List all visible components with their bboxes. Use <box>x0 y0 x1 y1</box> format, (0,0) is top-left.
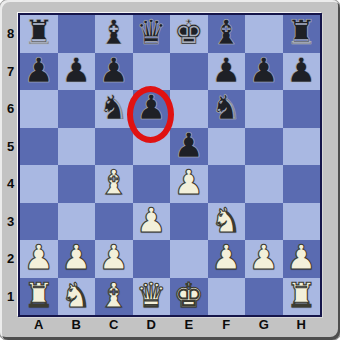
file-label-c: C <box>95 316 133 333</box>
square-g3[interactable] <box>245 203 283 241</box>
square-f2[interactable]: ♟ <box>208 240 246 278</box>
chess-board-border: ♜♝♛♚♝♜♟♟♟♟♟♟♞♟♞♟♝♟♟♞♟♟♟♟♟♟♜♞♝♛♚♜ <box>18 13 322 317</box>
file-label-a: A <box>20 316 58 333</box>
black-bishop: ♝ <box>99 15 129 52</box>
square-c2[interactable]: ♟ <box>95 240 133 278</box>
black-pawn: ♟ <box>61 53 91 90</box>
square-h7[interactable]: ♟ <box>283 53 321 91</box>
square-h5[interactable] <box>283 128 321 166</box>
square-b1[interactable]: ♞ <box>58 278 96 316</box>
file-label-h: H <box>283 316 321 333</box>
square-h3[interactable] <box>283 203 321 241</box>
black-pawn: ♟ <box>24 53 54 90</box>
square-b6[interactable] <box>58 90 96 128</box>
white-pawn: ♟ <box>99 240 129 277</box>
square-c1[interactable]: ♝ <box>95 278 133 316</box>
square-b8[interactable] <box>58 15 96 53</box>
square-h6[interactable] <box>283 90 321 128</box>
white-bishop: ♝ <box>99 165 129 202</box>
square-b5[interactable] <box>58 128 96 166</box>
square-b3[interactable] <box>58 203 96 241</box>
white-bishop: ♝ <box>99 278 129 315</box>
black-bishop: ♝ <box>211 15 241 52</box>
black-pawn: ♟ <box>99 53 129 90</box>
black-king: ♚ <box>174 15 204 52</box>
square-b4[interactable] <box>58 165 96 203</box>
file-label-e: E <box>170 316 208 333</box>
square-a6[interactable] <box>20 90 58 128</box>
white-pawn: ♟ <box>211 240 241 277</box>
black-pawn: ♟ <box>211 53 241 90</box>
square-d4[interactable] <box>133 165 171 203</box>
square-e2[interactable] <box>170 240 208 278</box>
square-g6[interactable] <box>245 90 283 128</box>
square-d8[interactable]: ♛ <box>133 15 171 53</box>
white-knight: ♞ <box>61 278 91 315</box>
square-h2[interactable]: ♟ <box>283 240 321 278</box>
square-g4[interactable] <box>245 165 283 203</box>
square-a5[interactable] <box>20 128 58 166</box>
square-f1[interactable] <box>208 278 246 316</box>
black-rook: ♜ <box>24 15 54 52</box>
square-e5[interactable]: ♟ <box>170 128 208 166</box>
square-a8[interactable]: ♜ <box>20 15 58 53</box>
square-b7[interactable]: ♟ <box>58 53 96 91</box>
square-c3[interactable] <box>95 203 133 241</box>
square-a3[interactable] <box>20 203 58 241</box>
square-g5[interactable] <box>245 128 283 166</box>
square-f5[interactable] <box>208 128 246 166</box>
white-knight: ♞ <box>211 203 241 240</box>
square-e8[interactable]: ♚ <box>170 15 208 53</box>
square-g8[interactable] <box>245 15 283 53</box>
square-h1[interactable]: ♜ <box>283 278 321 316</box>
square-a7[interactable]: ♟ <box>20 53 58 91</box>
square-d3[interactable]: ♟ <box>133 203 171 241</box>
white-pawn: ♟ <box>136 203 166 240</box>
square-c8[interactable]: ♝ <box>95 15 133 53</box>
square-d7[interactable] <box>133 53 171 91</box>
square-a1[interactable]: ♜ <box>20 278 58 316</box>
black-knight: ♞ <box>211 90 241 127</box>
square-a4[interactable] <box>20 165 58 203</box>
square-d6[interactable]: ♟ <box>133 90 171 128</box>
square-c4[interactable]: ♝ <box>95 165 133 203</box>
square-g1[interactable] <box>245 278 283 316</box>
square-e4[interactable]: ♟ <box>170 165 208 203</box>
square-c7[interactable]: ♟ <box>95 53 133 91</box>
square-f4[interactable] <box>208 165 246 203</box>
black-pawn: ♟ <box>286 53 316 90</box>
white-pawn: ♟ <box>249 240 279 277</box>
chess-board: ♜♝♛♚♝♜♟♟♟♟♟♟♞♟♞♟♝♟♟♞♟♟♟♟♟♟♜♞♝♛♚♜ <box>20 15 320 315</box>
file-label-b: B <box>58 316 96 333</box>
square-a2[interactable]: ♟ <box>20 240 58 278</box>
rank-label-3: 3 <box>3 203 18 241</box>
file-label-g: G <box>245 316 283 333</box>
white-rook: ♜ <box>24 278 54 315</box>
square-g7[interactable]: ♟ <box>245 53 283 91</box>
square-d1[interactable]: ♛ <box>133 278 171 316</box>
rank-label-8: 8 <box>3 15 18 53</box>
rank-label-7: 7 <box>3 53 18 91</box>
square-d5[interactable] <box>133 128 171 166</box>
rank-label-5: 5 <box>3 128 18 166</box>
square-f6[interactable]: ♞ <box>208 90 246 128</box>
square-e7[interactable] <box>170 53 208 91</box>
rank-label-6: 6 <box>3 90 18 128</box>
square-e3[interactable] <box>170 203 208 241</box>
file-label-f: F <box>208 316 246 333</box>
square-f8[interactable]: ♝ <box>208 15 246 53</box>
square-c6[interactable]: ♞ <box>95 90 133 128</box>
black-pawn: ♟ <box>249 53 279 90</box>
white-king: ♚ <box>174 278 204 315</box>
white-queen: ♛ <box>136 278 166 315</box>
black-knight: ♞ <box>99 90 129 127</box>
square-e1[interactable]: ♚ <box>170 278 208 316</box>
black-rook: ♜ <box>286 15 316 52</box>
white-rook: ♜ <box>286 278 316 315</box>
square-d2[interactable] <box>133 240 171 278</box>
chess-diagram-frame: ♜♝♛♚♝♜♟♟♟♟♟♟♞♟♞♟♝♟♟♞♟♟♟♟♟♟♜♞♝♛♚♜ 8765432… <box>0 0 340 340</box>
white-pawn: ♟ <box>61 240 91 277</box>
square-g2[interactable]: ♟ <box>245 240 283 278</box>
file-label-d: D <box>133 316 171 333</box>
white-pawn: ♟ <box>24 240 54 277</box>
black-queen: ♛ <box>136 15 166 52</box>
square-c5[interactable] <box>95 128 133 166</box>
square-h8[interactable]: ♜ <box>283 15 321 53</box>
square-b2[interactable]: ♟ <box>58 240 96 278</box>
square-f7[interactable]: ♟ <box>208 53 246 91</box>
white-pawn: ♟ <box>286 240 316 277</box>
rank-label-2: 2 <box>3 240 18 278</box>
rank-label-1: 1 <box>3 278 18 316</box>
rank-label-4: 4 <box>3 165 18 203</box>
square-e6[interactable] <box>170 90 208 128</box>
black-pawn: ♟ <box>174 128 204 165</box>
white-pawn: ♟ <box>174 165 204 202</box>
square-f3[interactable]: ♞ <box>208 203 246 241</box>
black-pawn: ♟ <box>136 90 166 127</box>
square-h4[interactable] <box>283 165 321 203</box>
